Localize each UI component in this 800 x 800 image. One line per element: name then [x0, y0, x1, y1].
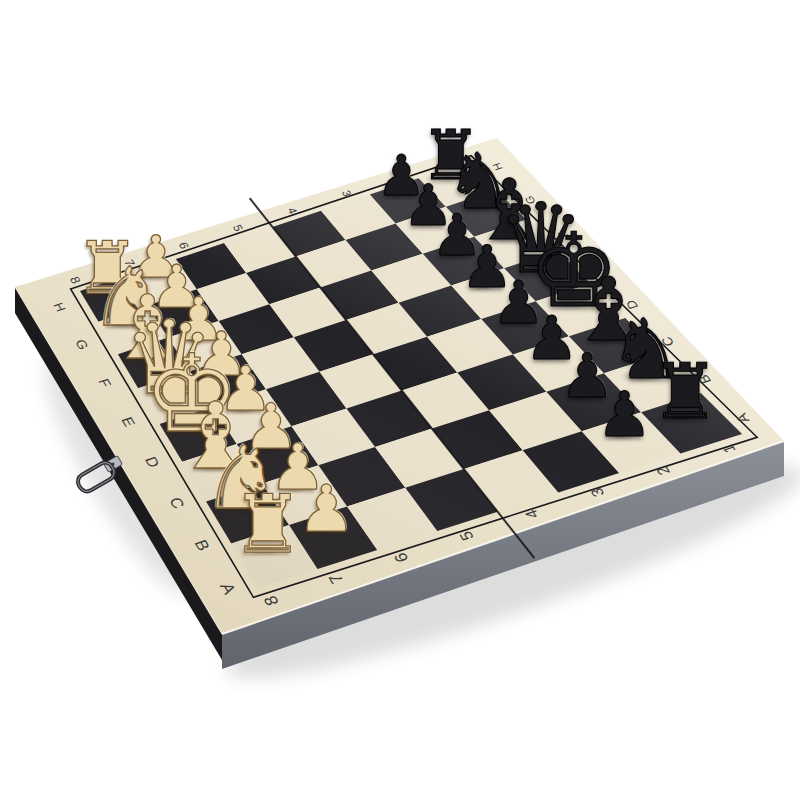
chess-set-scene: 8877665544332211HHGGFFEEDDCCBBAA ♜♞♝♚♛♝♞… [0, 0, 800, 800]
black-rook-glyph[interactable]: ♜ [651, 354, 719, 430]
black-pawn-glyph[interactable]: ♟ [596, 384, 652, 446]
white-rook-glyph[interactable]: ♜ [232, 484, 304, 564]
white-pawn-glyph[interactable]: ♟ [298, 478, 356, 543]
